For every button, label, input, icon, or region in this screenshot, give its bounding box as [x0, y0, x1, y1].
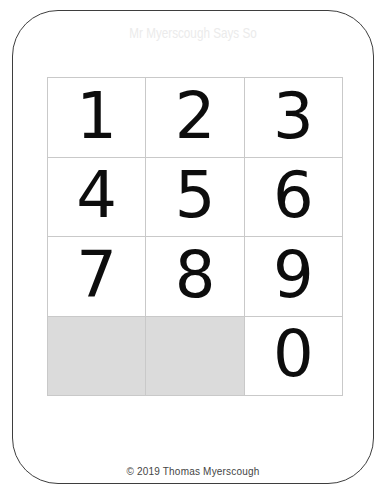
copyright-footer: © 2019 Thomas Myerscough	[13, 466, 373, 477]
number-grid: 1234567890	[47, 77, 343, 396]
digit-cell-9: 9	[245, 237, 343, 317]
digit-cell-3: 3	[245, 78, 343, 158]
digit-cell-1: 1	[48, 78, 146, 158]
blank-cell	[48, 317, 146, 397]
watermark-title: Mr Myerscough Says So	[53, 24, 334, 41]
digit-cell-0: 0	[245, 317, 343, 397]
digit-cell-4: 4	[48, 158, 146, 238]
digit-cell-8: 8	[146, 237, 244, 317]
digit-cell-6: 6	[245, 158, 343, 238]
digit-cell-2: 2	[146, 78, 244, 158]
digit-cell-7: 7	[48, 237, 146, 317]
digit-cell-5: 5	[146, 158, 244, 238]
flashcard-page: Mr Myerscough Says So 1234567890 © 2019 …	[12, 10, 374, 484]
blank-cell	[146, 317, 244, 397]
